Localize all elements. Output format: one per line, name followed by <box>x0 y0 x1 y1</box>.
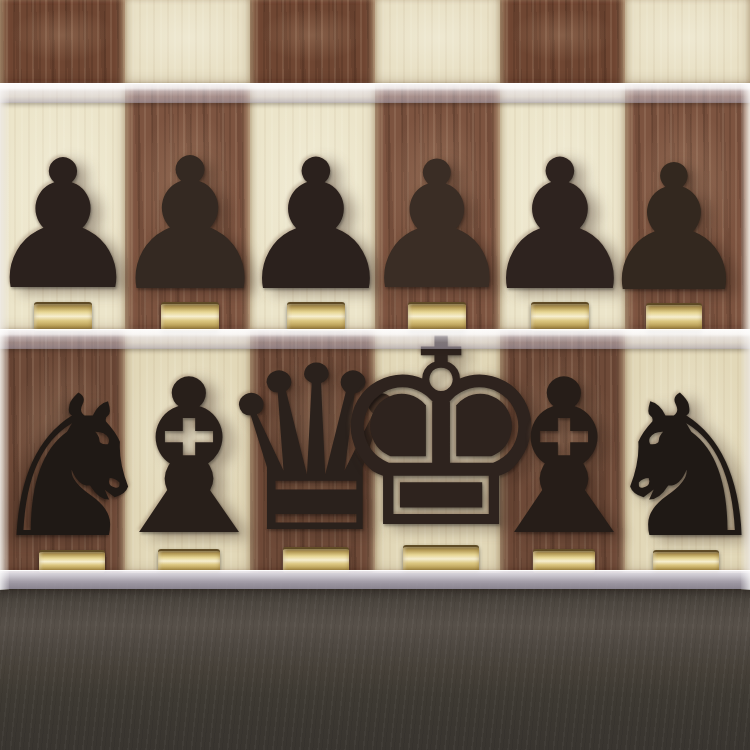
board-row-top-partial <box>0 0 750 84</box>
dark-wood-square <box>500 0 625 84</box>
acrylic-shelf-top <box>0 329 750 349</box>
acrylic-case-left-wall <box>0 83 9 590</box>
chess-display-scene: ♟♟♟♟♟♟ ♞♝♛♚♝♞ <box>0 0 750 750</box>
acrylic-shelf-bottom <box>0 570 750 589</box>
black-knight-right[interactable]: ♞ <box>621 370 750 573</box>
acrylic-case-right-wall <box>741 83 750 590</box>
knight-glyph: ♞ <box>599 370 750 565</box>
black-pawn-6[interactable]: ♟ <box>609 142 739 331</box>
dark-wood-square <box>250 0 375 84</box>
light-wood-square <box>625 0 750 84</box>
pawn-glyph: ♟ <box>596 142 750 316</box>
light-wood-square <box>125 0 250 84</box>
acrylic-case-top-edge <box>0 83 750 103</box>
dark-wood-square <box>0 0 125 84</box>
light-wood-square <box>375 0 500 84</box>
wooden-table-edge <box>0 583 750 750</box>
